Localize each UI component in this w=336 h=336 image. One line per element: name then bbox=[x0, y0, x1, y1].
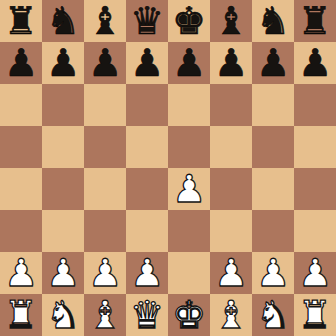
square-c1[interactable]: ♝ bbox=[84, 294, 126, 336]
square-f2[interactable]: ♟ bbox=[210, 252, 252, 294]
square-e5[interactable] bbox=[168, 126, 210, 168]
square-e2[interactable] bbox=[168, 252, 210, 294]
white-queen[interactable]: ♛ bbox=[130, 294, 164, 336]
white-pawn[interactable]: ♟ bbox=[4, 252, 38, 294]
square-e6[interactable] bbox=[168, 84, 210, 126]
square-b3[interactable] bbox=[42, 210, 84, 252]
square-d8[interactable]: ♛ bbox=[126, 0, 168, 42]
square-b2[interactable]: ♟ bbox=[42, 252, 84, 294]
white-pawn[interactable]: ♟ bbox=[214, 252, 248, 294]
square-e8[interactable]: ♚ bbox=[168, 0, 210, 42]
square-b6[interactable] bbox=[42, 84, 84, 126]
black-pawn[interactable]: ♟ bbox=[256, 42, 290, 84]
black-pawn[interactable]: ♟ bbox=[88, 42, 122, 84]
square-a6[interactable] bbox=[0, 84, 42, 126]
white-rook[interactable]: ♜ bbox=[298, 294, 332, 336]
white-knight[interactable]: ♞ bbox=[46, 294, 80, 336]
square-c6[interactable] bbox=[84, 84, 126, 126]
black-pawn[interactable]: ♟ bbox=[4, 42, 38, 84]
square-h8[interactable]: ♜ bbox=[294, 0, 336, 42]
square-d1[interactable]: ♛ bbox=[126, 294, 168, 336]
square-a7[interactable]: ♟ bbox=[0, 42, 42, 84]
square-a5[interactable] bbox=[0, 126, 42, 168]
black-pawn[interactable]: ♟ bbox=[46, 42, 80, 84]
square-a1[interactable]: ♜ bbox=[0, 294, 42, 336]
square-f8[interactable]: ♝ bbox=[210, 0, 252, 42]
black-king[interactable]: ♚ bbox=[172, 0, 206, 42]
square-c7[interactable]: ♟ bbox=[84, 42, 126, 84]
black-queen[interactable]: ♛ bbox=[130, 0, 164, 42]
square-g4[interactable] bbox=[252, 168, 294, 210]
square-f4[interactable] bbox=[210, 168, 252, 210]
chess-board: ♜♞♝♛♚♝♞♜♟♟♟♟♟♟♟♟♟♟♟♟♟♟♟♟♜♞♝♛♚♝♞♜ bbox=[0, 0, 336, 336]
square-h1[interactable]: ♜ bbox=[294, 294, 336, 336]
black-pawn[interactable]: ♟ bbox=[172, 42, 206, 84]
black-pawn[interactable]: ♟ bbox=[130, 42, 164, 84]
white-bishop[interactable]: ♝ bbox=[214, 294, 248, 336]
square-b8[interactable]: ♞ bbox=[42, 0, 84, 42]
square-e1[interactable]: ♚ bbox=[168, 294, 210, 336]
square-g3[interactable] bbox=[252, 210, 294, 252]
square-a4[interactable] bbox=[0, 168, 42, 210]
square-e7[interactable]: ♟ bbox=[168, 42, 210, 84]
square-f6[interactable] bbox=[210, 84, 252, 126]
square-g2[interactable]: ♟ bbox=[252, 252, 294, 294]
white-pawn[interactable]: ♟ bbox=[130, 252, 164, 294]
square-h7[interactable]: ♟ bbox=[294, 42, 336, 84]
square-d5[interactable] bbox=[126, 126, 168, 168]
square-c3[interactable] bbox=[84, 210, 126, 252]
square-f7[interactable]: ♟ bbox=[210, 42, 252, 84]
white-pawn[interactable]: ♟ bbox=[172, 168, 206, 210]
black-bishop[interactable]: ♝ bbox=[214, 0, 248, 42]
square-h5[interactable] bbox=[294, 126, 336, 168]
square-d4[interactable] bbox=[126, 168, 168, 210]
square-a3[interactable] bbox=[0, 210, 42, 252]
black-rook[interactable]: ♜ bbox=[298, 0, 332, 42]
black-rook[interactable]: ♜ bbox=[4, 0, 38, 42]
square-b4[interactable] bbox=[42, 168, 84, 210]
black-bishop[interactable]: ♝ bbox=[88, 0, 122, 42]
square-d3[interactable] bbox=[126, 210, 168, 252]
black-knight[interactable]: ♞ bbox=[46, 0, 80, 42]
white-pawn[interactable]: ♟ bbox=[256, 252, 290, 294]
white-knight[interactable]: ♞ bbox=[256, 294, 290, 336]
square-d7[interactable]: ♟ bbox=[126, 42, 168, 84]
square-g6[interactable] bbox=[252, 84, 294, 126]
square-g1[interactable]: ♞ bbox=[252, 294, 294, 336]
square-f1[interactable]: ♝ bbox=[210, 294, 252, 336]
white-pawn[interactable]: ♟ bbox=[298, 252, 332, 294]
square-f5[interactable] bbox=[210, 126, 252, 168]
square-b7[interactable]: ♟ bbox=[42, 42, 84, 84]
white-rook[interactable]: ♜ bbox=[4, 294, 38, 336]
black-knight[interactable]: ♞ bbox=[256, 0, 290, 42]
square-g7[interactable]: ♟ bbox=[252, 42, 294, 84]
square-d6[interactable] bbox=[126, 84, 168, 126]
square-c5[interactable] bbox=[84, 126, 126, 168]
square-h2[interactable]: ♟ bbox=[294, 252, 336, 294]
square-a8[interactable]: ♜ bbox=[0, 0, 42, 42]
square-g5[interactable] bbox=[252, 126, 294, 168]
square-h6[interactable] bbox=[294, 84, 336, 126]
square-h4[interactable] bbox=[294, 168, 336, 210]
square-c8[interactable]: ♝ bbox=[84, 0, 126, 42]
square-c4[interactable] bbox=[84, 168, 126, 210]
white-king[interactable]: ♚ bbox=[172, 294, 206, 336]
square-g8[interactable]: ♞ bbox=[252, 0, 294, 42]
square-c2[interactable]: ♟ bbox=[84, 252, 126, 294]
black-pawn[interactable]: ♟ bbox=[298, 42, 332, 84]
square-b1[interactable]: ♞ bbox=[42, 294, 84, 336]
black-pawn[interactable]: ♟ bbox=[214, 42, 248, 84]
square-e4[interactable]: ♟ bbox=[168, 168, 210, 210]
square-f3[interactable] bbox=[210, 210, 252, 252]
square-a2[interactable]: ♟ bbox=[0, 252, 42, 294]
square-e3[interactable] bbox=[168, 210, 210, 252]
white-pawn[interactable]: ♟ bbox=[46, 252, 80, 294]
square-d2[interactable]: ♟ bbox=[126, 252, 168, 294]
white-bishop[interactable]: ♝ bbox=[88, 294, 122, 336]
square-b5[interactable] bbox=[42, 126, 84, 168]
white-pawn[interactable]: ♟ bbox=[88, 252, 122, 294]
square-h3[interactable] bbox=[294, 210, 336, 252]
